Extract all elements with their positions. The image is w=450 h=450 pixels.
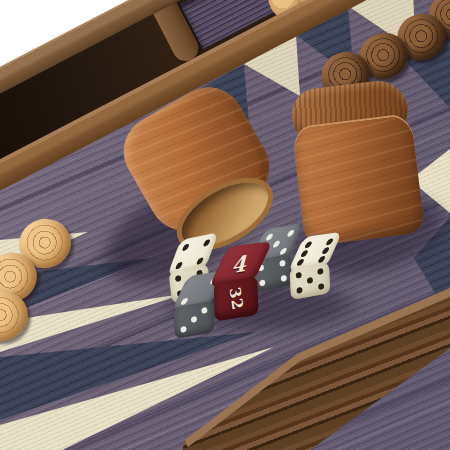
doubling-cube: 4 32 [205,242,275,317]
pip [325,238,334,245]
backgammon-board-photo: 4 32 [0,0,450,450]
pip [296,271,302,278]
pip [191,316,197,323]
pip [317,268,323,275]
die-front-face [289,262,330,300]
pip [286,230,295,238]
pip [304,241,313,248]
white-die-right [282,231,353,306]
cube-front-value: 32 [214,276,257,321]
pip [202,239,210,247]
dice-cup-upright [287,77,425,246]
pip [266,233,275,241]
pip [280,275,286,282]
die-front-face [173,301,214,339]
pip [300,250,309,257]
pip [182,243,190,251]
pip-grid [178,306,211,335]
pip [318,283,324,290]
pip [307,277,313,284]
pip [321,247,330,254]
pip [181,326,187,333]
pip [296,259,305,266]
cube-front-face: 32 [214,276,259,321]
cup-wood-grain [292,115,425,247]
pip [272,240,281,248]
pip [297,287,303,294]
pip-grid [294,237,337,268]
pip-grid [294,267,327,296]
pip [201,307,207,314]
pip [180,298,189,305]
